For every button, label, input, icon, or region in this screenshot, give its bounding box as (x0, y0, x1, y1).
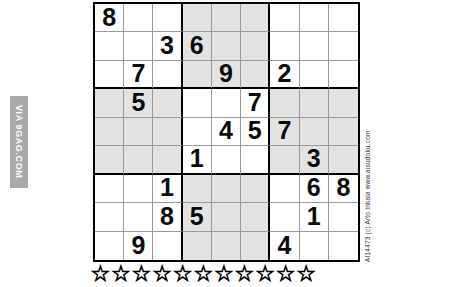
sudoku-cell-r5c1 (95, 118, 124, 146)
sudoku-cell-r4c4 (183, 89, 212, 117)
sudoku-cell-r3c6 (241, 61, 270, 89)
sudoku-cell-r4c9 (329, 89, 358, 117)
sudoku-cell-r8c2 (124, 203, 153, 231)
star-icon: ☆ (172, 262, 193, 286)
sudoku-cell-r5c3 (153, 118, 182, 146)
sudoku-cell-r6c8: 3 (300, 146, 329, 174)
sudoku-cell-r7c7 (270, 175, 299, 203)
sudoku-cell-r2c7 (270, 32, 299, 60)
star-icon: ☆ (296, 262, 317, 286)
sudoku-cell-r3c5: 9 (212, 61, 241, 89)
sudoku-cell-r4c5 (212, 89, 241, 117)
star-icon: ☆ (152, 262, 173, 286)
sudoku-cell-r3c1 (95, 61, 124, 89)
sudoku-cell-r7c5 (212, 175, 241, 203)
sudoku-cell-r4c7 (270, 89, 299, 117)
sudoku-cell-r4c3 (153, 89, 182, 117)
sudoku-cell-r3c3 (153, 61, 182, 89)
sudoku-cell-r3c9 (329, 61, 358, 89)
sudoku-cell-r5c6: 5 (241, 118, 270, 146)
sudoku-cell-r2c2 (124, 32, 153, 60)
star-icon: ☆ (234, 262, 255, 286)
sudoku-cell-r1c8 (300, 4, 329, 32)
star-icon: ☆ (90, 262, 111, 286)
star-icon: ☆ (111, 262, 132, 286)
sudoku-cell-r4c8 (300, 89, 329, 117)
sudoku-cell-r9c9 (329, 232, 358, 260)
sudoku-cell-r6c3 (153, 146, 182, 174)
sudoku-cell-r8c9 (329, 203, 358, 231)
watermark-9gag: VIA 9GAG.COM (10, 96, 28, 188)
sudoku-cell-r6c4: 1 (183, 146, 212, 174)
sudoku-cell-r2c5 (212, 32, 241, 60)
sudoku-cell-r9c8 (300, 232, 329, 260)
sudoku-cell-r6c1 (95, 146, 124, 174)
sudoku-cell-r2c6 (241, 32, 270, 60)
sudoku-cell-r6c7 (270, 146, 299, 174)
sudoku-cell-r1c3 (153, 4, 182, 32)
sudoku-cell-r2c9 (329, 32, 358, 60)
sudoku-cell-r7c1 (95, 175, 124, 203)
sudoku-cell-r2c1 (95, 32, 124, 60)
sudoku-cell-r1c4 (183, 4, 212, 32)
sudoku-cell-r3c7: 2 (270, 61, 299, 89)
sudoku-cell-r3c2: 7 (124, 61, 153, 89)
sudoku-cell-r7c8: 6 (300, 175, 329, 203)
sudoku-cell-r8c8: 1 (300, 203, 329, 231)
sudoku-cell-r2c3: 3 (153, 32, 182, 60)
sudoku-cell-r4c6: 7 (241, 89, 270, 117)
sudoku-cell-r8c7 (270, 203, 299, 231)
sudoku-cell-r6c2 (124, 146, 153, 174)
sudoku-cell-r2c8 (300, 32, 329, 60)
sudoku-cell-r7c9: 8 (329, 175, 358, 203)
sudoku-cell-r6c5 (212, 146, 241, 174)
star-icon: ☆ (214, 262, 235, 286)
sudoku-cell-r1c9 (329, 4, 358, 32)
sudoku-cell-r5c5: 4 (212, 118, 241, 146)
sudoku-cell-r8c1 (95, 203, 124, 231)
sudoku-cell-r1c5 (212, 4, 241, 32)
sudoku-cell-r5c2 (124, 118, 153, 146)
sudoku-cell-r3c4 (183, 61, 212, 89)
attribution-text: AI14473 (c) Arto Inkala www.aisudoku.com (364, 130, 371, 262)
sudoku-cell-r1c7 (270, 4, 299, 32)
watermark-text: VIA 9GAG.COM (14, 105, 24, 178)
sudoku-cell-r1c1: 8 (95, 4, 124, 32)
sudoku-cell-r9c6 (241, 232, 270, 260)
sudoku-cell-r6c6 (241, 146, 270, 174)
sudoku-cell-r8c6 (241, 203, 270, 231)
sudoku-cell-r9c3 (153, 232, 182, 260)
sudoku-cell-r6c9 (329, 146, 358, 174)
sudoku-cell-r7c4 (183, 175, 212, 203)
sudoku-cell-r9c4 (183, 232, 212, 260)
sudoku-cell-r1c2 (124, 4, 153, 32)
sudoku-cell-r2c4: 6 (183, 32, 212, 60)
sudoku-cell-r5c9 (329, 118, 358, 146)
sudoku-cell-r7c3: 1 (153, 175, 182, 203)
sudoku-cell-r9c2: 9 (124, 232, 153, 260)
sudoku-cell-r1c6 (241, 4, 270, 32)
sudoku-cell-r8c3: 8 (153, 203, 182, 231)
sudoku-cell-r4c2: 5 (124, 89, 153, 117)
sudoku-cell-r9c5 (212, 232, 241, 260)
sudoku-cell-r5c8 (300, 118, 329, 146)
sudoku-cell-r9c7: 4 (270, 232, 299, 260)
sudoku-cell-r7c2 (124, 175, 153, 203)
sudoku-board: 836792574571316885194 (93, 2, 360, 262)
sudoku-cell-r5c7: 7 (270, 118, 299, 146)
sudoku-cell-r8c5 (212, 203, 241, 231)
sudoku-cell-r4c1 (95, 89, 124, 117)
sudoku-cell-r8c4: 5 (183, 203, 212, 231)
star-icon: ☆ (193, 262, 214, 286)
difficulty-stars: ☆☆☆☆☆☆☆☆☆☆☆ (90, 262, 317, 286)
sudoku-cell-r7c6 (241, 175, 270, 203)
sudoku-cell-r9c1 (95, 232, 124, 260)
sudoku-cell-r3c8 (300, 61, 329, 89)
star-icon: ☆ (255, 262, 276, 286)
sudoku-cell-r5c4 (183, 118, 212, 146)
page: VIA 9GAG.COM 836792574571316885194 ☆☆☆☆☆… (0, 0, 460, 287)
star-icon: ☆ (131, 262, 152, 286)
star-icon: ☆ (275, 262, 296, 286)
